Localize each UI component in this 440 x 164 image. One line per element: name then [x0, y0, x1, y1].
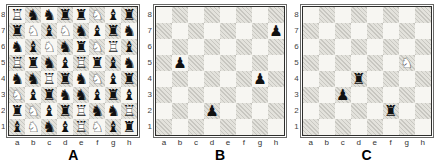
square-d5[interactable]: ♝ — [57, 55, 73, 71]
file-label-b: b — [172, 138, 188, 147]
black-rook: ♜ — [91, 55, 104, 71]
rank-label-3: 3 — [294, 87, 299, 103]
square-a7[interactable]: ♜ — [9, 23, 25, 39]
square-h5[interactable] — [268, 55, 284, 71]
white-knight: ♞♘ — [27, 23, 40, 39]
square-g5[interactable] — [252, 55, 268, 71]
square-b7[interactable]: ♞♘ — [25, 23, 41, 39]
square-c6[interactable] — [188, 39, 204, 55]
square-e8[interactable] — [367, 7, 383, 23]
square-f4[interactable] — [383, 71, 399, 87]
square-c1[interactable] — [188, 119, 204, 135]
square-g6[interactable] — [399, 39, 415, 55]
black-knight: ♞ — [91, 103, 104, 119]
file-labels: abcdefgh — [9, 138, 137, 147]
board-label-c: C — [362, 148, 372, 163]
square-h6[interactable]: ♝ — [121, 39, 137, 55]
square-c8[interactable]: ♞ — [41, 7, 57, 23]
square-g3[interactable]: ♜ — [105, 87, 121, 103]
square-e6[interactable]: ♜ — [73, 39, 89, 55]
square-d8[interactable] — [204, 7, 220, 23]
square-a1[interactable]: ♝ — [9, 119, 25, 135]
square-a1[interactable] — [303, 119, 319, 135]
square-b7[interactable] — [172, 23, 188, 39]
square-d8[interactable] — [351, 7, 367, 23]
piece-outline: ♘ — [91, 118, 104, 136]
square-a2[interactable] — [303, 103, 319, 119]
square-f7[interactable]: ♝ — [89, 23, 105, 39]
rank-label-6: 6 — [147, 39, 152, 55]
square-h6[interactable] — [268, 39, 284, 55]
file-labels: abcdefgh — [303, 138, 431, 147]
square-g1[interactable] — [399, 119, 415, 135]
board-grid-c: ♞♘♜♟♜ — [302, 6, 432, 136]
square-f5[interactable]: ♜ — [89, 55, 105, 71]
square-f1[interactable]: ♞♘ — [89, 119, 105, 135]
black-rook: ♜ — [75, 7, 88, 23]
file-labels: abcdefgh — [156, 138, 284, 147]
white-knight: ♞♘ — [27, 119, 40, 135]
square-e1[interactable] — [220, 119, 236, 135]
square-d1[interactable] — [351, 119, 367, 135]
file-label-a: a — [156, 138, 172, 147]
square-g4[interactable] — [399, 71, 415, 87]
white-rook: ♜♖ — [107, 39, 120, 55]
square-d4[interactable] — [204, 71, 220, 87]
square-a3[interactable] — [156, 87, 172, 103]
square-d3[interactable] — [351, 87, 367, 103]
square-e2[interactable]: ♜♖ — [73, 103, 89, 119]
square-h3[interactable]: ♝ — [121, 87, 137, 103]
square-a6[interactable] — [303, 39, 319, 55]
square-b7[interactable] — [319, 23, 335, 39]
square-b2[interactable] — [172, 103, 188, 119]
square-c3[interactable] — [188, 87, 204, 103]
black-bishop: ♝ — [91, 23, 104, 39]
board-unit-b: 87654321 ♟♟♟♟ abcdefgh B — [144, 0, 291, 164]
piece-outline: ♘ — [400, 54, 413, 72]
square-f8[interactable]: ♞♘ — [89, 7, 105, 23]
black-knight: ♞ — [11, 71, 24, 87]
square-g1[interactable]: ♝ — [105, 119, 121, 135]
square-b6[interactable] — [172, 39, 188, 55]
white-rook: ♜♖ — [11, 7, 24, 23]
white-knight: ♞♘ — [27, 103, 40, 119]
file-label-a: a — [9, 138, 25, 147]
rank-label-4: 4 — [147, 71, 152, 87]
square-e5[interactable]: ♜♖ — [73, 55, 89, 71]
rank-label-7: 7 — [0, 23, 5, 39]
black-rook: ♜ — [384, 103, 397, 119]
rank-label-4: 4 — [294, 71, 299, 87]
square-b1[interactable] — [319, 119, 335, 135]
square-h4[interactable] — [415, 71, 431, 87]
square-e1[interactable]: ♜♖ — [73, 119, 89, 135]
white-knight: ♞♘ — [91, 39, 104, 55]
white-knight: ♞♘ — [43, 39, 56, 55]
square-c1[interactable] — [335, 119, 351, 135]
square-e4[interactable] — [367, 71, 383, 87]
square-d7[interactable] — [351, 23, 367, 39]
square-g6[interactable]: ♜♖ — [105, 39, 121, 55]
black-knight: ♞ — [43, 7, 56, 23]
square-c6[interactable] — [335, 39, 351, 55]
square-g8[interactable] — [399, 7, 415, 23]
black-bishop: ♝ — [107, 119, 120, 135]
square-a8[interactable] — [156, 7, 172, 23]
black-knight: ♞ — [59, 87, 72, 103]
board-label-b: B — [215, 148, 225, 163]
square-b5[interactable] — [319, 55, 335, 71]
board-unit-a: 87654321 ♜♖♞♞♜♜♞♘♝♜♜♞♘♝♞♘♞♝♜♞♞♝♞♘♞♜♞♘♜♖♝… — [0, 0, 144, 164]
square-a3[interactable]: ♞♘ — [9, 87, 25, 103]
square-b2[interactable]: ♞♘ — [25, 103, 41, 119]
square-a6[interactable]: ♞ — [9, 39, 25, 55]
white-knight: ♞♘ — [91, 7, 104, 23]
square-b3[interactable] — [172, 87, 188, 103]
square-b4[interactable]: ♞ — [25, 71, 41, 87]
square-h8[interactable] — [415, 7, 431, 23]
square-a4[interactable]: ♞ — [9, 71, 25, 87]
square-a8[interactable] — [303, 7, 319, 23]
square-e2[interactable] — [220, 103, 236, 119]
white-rook: ♜♖ — [75, 55, 88, 71]
square-c7[interactable]: ♝ — [41, 23, 57, 39]
square-e4[interactable]: ♞ — [73, 71, 89, 87]
square-e3[interactable]: ♞ — [73, 87, 89, 103]
square-h2[interactable] — [268, 103, 284, 119]
square-c7[interactable] — [335, 23, 351, 39]
file-label-e: e — [73, 138, 89, 147]
square-d3[interactable] — [204, 87, 220, 103]
file-labels-row: abcdefgh — [147, 138, 287, 147]
black-knight: ♞ — [11, 39, 24, 55]
black-rook: ♜ — [75, 39, 88, 55]
square-b5[interactable]: ♟ — [172, 55, 188, 71]
white-knight: ♞♘ — [11, 87, 24, 103]
black-rook: ♜ — [123, 119, 136, 135]
square-d7[interactable] — [204, 23, 220, 39]
square-b6[interactable] — [319, 39, 335, 55]
square-f5[interactable] — [236, 55, 252, 71]
piece-outline: ♘ — [27, 118, 40, 136]
square-f4[interactable] — [236, 71, 252, 87]
square-f8[interactable] — [383, 7, 399, 23]
square-a1[interactable] — [156, 119, 172, 135]
square-f2[interactable]: ♞ — [89, 103, 105, 119]
square-c8[interactable] — [188, 7, 204, 23]
square-a7[interactable] — [156, 23, 172, 39]
square-c5[interactable] — [335, 55, 351, 71]
square-g4[interactable]: ♟ — [252, 71, 268, 87]
square-d6[interactable] — [204, 39, 220, 55]
square-c3[interactable]: ♜ — [41, 87, 57, 103]
square-b2[interactable] — [319, 103, 335, 119]
square-a4[interactable] — [303, 71, 319, 87]
square-a8[interactable]: ♜♖ — [9, 7, 25, 23]
square-h1[interactable]: ♜ — [121, 119, 137, 135]
square-e7[interactable]: ♞ — [73, 23, 89, 39]
square-f1[interactable] — [236, 119, 252, 135]
square-a2[interactable]: ♜ — [9, 103, 25, 119]
square-f4[interactable]: ♞♘ — [89, 71, 105, 87]
square-c2[interactable] — [335, 103, 351, 119]
square-g7[interactable]: ♜ — [105, 23, 121, 39]
white-rook: ♜♖ — [75, 103, 88, 119]
square-b8[interactable]: ♞ — [25, 7, 41, 23]
chess-board-b: ♟♟♟♟ — [153, 4, 287, 138]
square-a6[interactable] — [156, 39, 172, 55]
black-bishop: ♝ — [91, 87, 104, 103]
square-e4[interactable] — [220, 71, 236, 87]
square-h6[interactable] — [415, 39, 431, 55]
square-a5[interactable]: ♜♖ — [9, 55, 25, 71]
rank-label-6: 6 — [294, 39, 299, 55]
file-label-c: c — [41, 138, 57, 147]
square-e7[interactable] — [220, 23, 236, 39]
square-d5[interactable] — [204, 55, 220, 71]
square-f2[interactable] — [236, 103, 252, 119]
black-knight: ♞ — [75, 71, 88, 87]
white-rook: ♜♖ — [43, 71, 56, 87]
square-f6[interactable] — [236, 39, 252, 55]
white-knight: ♞♘ — [400, 55, 413, 71]
square-c5[interactable]: ♞ — [41, 55, 57, 71]
black-rook: ♜ — [59, 71, 72, 87]
square-h5[interactable] — [415, 55, 431, 71]
square-b5[interactable]: ♜ — [25, 55, 41, 71]
square-e5[interactable] — [220, 55, 236, 71]
square-g2[interactable]: ♞ — [105, 103, 121, 119]
white-knight: ♞♘ — [91, 119, 104, 135]
board-grid-a: ♜♖♞♞♜♜♞♘♝♜♜♞♘♝♞♘♞♝♜♞♞♝♞♘♞♜♞♘♜♖♝♜♖♜♞♝♜♖♜♝… — [8, 6, 138, 136]
square-g3[interactable] — [399, 87, 415, 103]
square-a7[interactable] — [303, 23, 319, 39]
square-e1[interactable] — [367, 119, 383, 135]
black-rook: ♜ — [27, 55, 40, 71]
square-c2[interactable] — [188, 103, 204, 119]
file-label-a: a — [303, 138, 319, 147]
square-e2[interactable] — [367, 103, 383, 119]
white-knight: ♞♘ — [91, 71, 104, 87]
square-g5[interactable]: ♝ — [105, 55, 121, 71]
rank-label-3: 3 — [147, 87, 152, 103]
rank-label-7: 7 — [294, 23, 299, 39]
rank-label-6: 6 — [0, 39, 5, 55]
square-e8[interactable] — [220, 7, 236, 23]
square-g8[interactable] — [252, 7, 268, 23]
square-a2[interactable] — [156, 103, 172, 119]
square-c2[interactable]: ♝ — [41, 103, 57, 119]
rank-label-2: 2 — [147, 103, 152, 119]
square-b8[interactable] — [319, 7, 335, 23]
square-a5[interactable] — [156, 55, 172, 71]
square-d5[interactable] — [351, 55, 367, 71]
square-h3[interactable] — [415, 87, 431, 103]
square-a3[interactable] — [303, 87, 319, 103]
black-knight: ♞ — [107, 103, 120, 119]
square-c4[interactable] — [335, 71, 351, 87]
board-b-area: 87654321 ♟♟♟♟ — [147, 4, 287, 138]
square-f6[interactable] — [383, 39, 399, 55]
square-h4[interactable] — [268, 71, 284, 87]
square-h7[interactable]: ♟ — [268, 23, 284, 39]
black-pawn: ♟ — [269, 23, 282, 39]
square-e7[interactable] — [367, 23, 383, 39]
square-a4[interactable] — [156, 71, 172, 87]
black-bishop: ♝ — [43, 103, 56, 119]
square-d4[interactable]: ♜ — [57, 71, 73, 87]
file-label-d: d — [57, 138, 73, 147]
black-bishop: ♝ — [107, 7, 120, 23]
black-rook: ♜ — [11, 23, 24, 39]
square-f8[interactable] — [236, 7, 252, 23]
square-g4[interactable]: ♝ — [105, 71, 121, 87]
black-rook: ♜ — [123, 7, 136, 23]
black-knight: ♞ — [75, 87, 88, 103]
square-d6[interactable]: ♞ — [57, 39, 73, 55]
square-h8[interactable]: ♜ — [121, 7, 137, 23]
square-g2[interactable] — [399, 103, 415, 119]
square-e6[interactable] — [220, 39, 236, 55]
square-g8[interactable]: ♝ — [105, 7, 121, 23]
square-b4[interactable] — [172, 71, 188, 87]
square-b8[interactable] — [172, 7, 188, 23]
square-c8[interactable] — [335, 7, 351, 23]
square-g7[interactable] — [252, 23, 268, 39]
square-d6[interactable] — [351, 39, 367, 55]
black-rook: ♜ — [59, 103, 72, 119]
black-knight: ♞ — [59, 39, 72, 55]
square-a5[interactable] — [303, 55, 319, 71]
square-c7[interactable] — [188, 23, 204, 39]
black-knight: ♞ — [27, 71, 40, 87]
black-knight: ♞ — [43, 119, 56, 135]
square-d1[interactable]: ♝ — [57, 119, 73, 135]
square-b1[interactable] — [172, 119, 188, 135]
square-d1[interactable] — [204, 119, 220, 135]
rank-label-4: 4 — [0, 71, 5, 87]
square-f7[interactable] — [236, 23, 252, 39]
square-e3[interactable] — [367, 87, 383, 103]
square-c4[interactable] — [188, 71, 204, 87]
file-label-g: g — [105, 138, 121, 147]
white-rook: ♜♖ — [11, 55, 24, 71]
black-knight: ♞ — [27, 7, 40, 23]
file-label-c: c — [335, 138, 351, 147]
square-h2[interactable]: ♜♖ — [121, 103, 137, 119]
square-g5[interactable]: ♞♘ — [399, 55, 415, 71]
square-d8[interactable]: ♜ — [57, 7, 73, 23]
square-h7[interactable]: ♞ — [121, 23, 137, 39]
square-g7[interactable] — [399, 23, 415, 39]
square-c4[interactable]: ♜♖ — [41, 71, 57, 87]
square-g3[interactable] — [252, 87, 268, 103]
square-f3[interactable] — [236, 87, 252, 103]
file-label-c: c — [188, 138, 204, 147]
board-a-area: 87654321 ♜♖♞♞♜♜♞♘♝♜♜♞♘♝♞♘♞♝♜♞♞♝♞♘♞♜♞♘♜♖♝… — [0, 4, 140, 138]
square-f3[interactable]: ♝ — [89, 87, 105, 103]
square-h7[interactable] — [415, 23, 431, 39]
square-d7[interactable]: ♞♘ — [57, 23, 73, 39]
black-rook: ♜ — [107, 23, 120, 39]
black-rook: ♜ — [107, 87, 120, 103]
rank-label-5: 5 — [294, 55, 299, 71]
file-labels-row: abcdefgh — [0, 138, 140, 147]
square-g1[interactable] — [252, 119, 268, 135]
black-bishop: ♝ — [123, 39, 136, 55]
square-d2[interactable]: ♟ — [204, 103, 220, 119]
square-e3[interactable] — [220, 87, 236, 103]
square-e8[interactable]: ♜ — [73, 7, 89, 23]
square-f7[interactable] — [383, 23, 399, 39]
black-knight: ♞ — [123, 23, 136, 39]
square-c3[interactable]: ♟ — [335, 87, 351, 103]
rank-label-8: 8 — [0, 7, 5, 23]
square-f3[interactable] — [383, 87, 399, 103]
square-h4[interactable]: ♜ — [121, 71, 137, 87]
square-g6[interactable] — [252, 39, 268, 55]
black-pawn: ♟ — [205, 103, 218, 119]
square-e6[interactable] — [367, 39, 383, 55]
rank-label-8: 8 — [147, 7, 152, 23]
white-rook: ♜♖ — [123, 103, 136, 119]
square-c6[interactable]: ♞♘ — [41, 39, 57, 55]
black-bishop: ♝ — [59, 119, 72, 135]
rank-label-1: 1 — [147, 119, 152, 135]
black-bishop: ♝ — [107, 55, 120, 71]
black-knight: ♞ — [123, 55, 136, 71]
black-rook: ♜ — [43, 87, 56, 103]
square-f2[interactable]: ♜ — [383, 103, 399, 119]
square-b3[interactable]: ♝ — [25, 87, 41, 103]
square-h8[interactable] — [268, 7, 284, 23]
square-f6[interactable]: ♞♘ — [89, 39, 105, 55]
square-h3[interactable] — [268, 87, 284, 103]
square-c5[interactable] — [188, 55, 204, 71]
square-h5[interactable]: ♞ — [121, 55, 137, 71]
square-e5[interactable] — [367, 55, 383, 71]
square-d3[interactable]: ♞ — [57, 87, 73, 103]
square-f5[interactable] — [383, 55, 399, 71]
piece-outline: ♖ — [75, 118, 88, 136]
square-b1[interactable]: ♞♘ — [25, 119, 41, 135]
board-unit-c: 87654321 ♞♘♜♟♜ abcdefgh C — [290, 0, 437, 164]
chess-board-a: ♜♖♞♞♜♜♞♘♝♜♜♞♘♝♞♘♞♝♜♞♞♝♞♘♞♜♞♘♜♖♝♜♖♜♞♝♜♖♜♝… — [6, 4, 140, 138]
square-h1[interactable] — [268, 119, 284, 135]
square-d4[interactable]: ♜ — [351, 71, 367, 87]
square-d2[interactable]: ♜ — [57, 103, 73, 119]
board-grid-b: ♟♟♟♟ — [155, 6, 285, 136]
square-c1[interactable]: ♞ — [41, 119, 57, 135]
square-b6[interactable]: ♝ — [25, 39, 41, 55]
black-rook: ♜ — [59, 7, 72, 23]
chess-board-c: ♞♘♜♟♜ — [300, 4, 434, 138]
square-b4[interactable] — [319, 71, 335, 87]
square-h2[interactable] — [415, 103, 431, 119]
square-h1[interactable] — [415, 119, 431, 135]
rank-label-7: 7 — [147, 23, 152, 39]
black-pawn: ♟ — [253, 71, 266, 87]
black-bishop: ♝ — [107, 71, 120, 87]
file-labels-row: abcdefgh — [294, 138, 434, 147]
square-f1[interactable] — [383, 119, 399, 135]
square-g2[interactable] — [252, 103, 268, 119]
square-b3[interactable] — [319, 87, 335, 103]
black-bishop: ♝ — [43, 23, 56, 39]
black-pawn: ♟ — [173, 55, 186, 71]
square-d2[interactable] — [351, 103, 367, 119]
